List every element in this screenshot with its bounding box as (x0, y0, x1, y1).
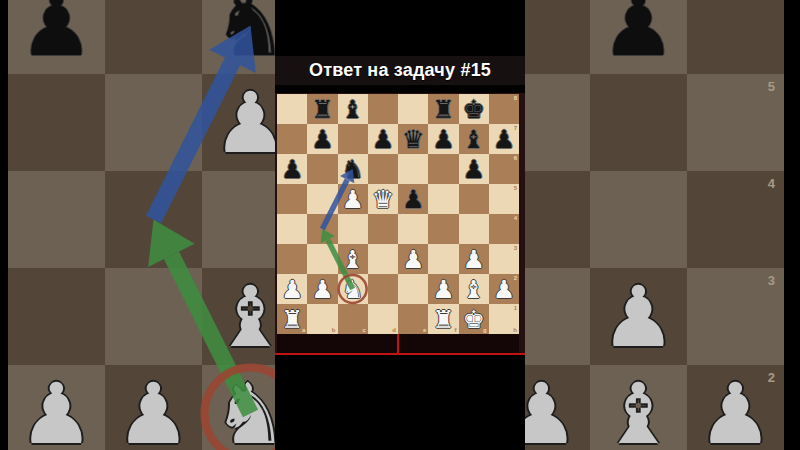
square-c6[interactable]: ♞ (338, 154, 368, 184)
piece-white-pawn-a2[interactable]: ♟ (281, 277, 303, 302)
under-board-bar (277, 334, 519, 353)
video-title-band: Ответ на задачу #15 (275, 56, 525, 85)
bg-square-a2: ♟ (8, 365, 105, 450)
piece-black-rook-f8[interactable]: ♜ (432, 97, 454, 122)
piece-white-rook-a1[interactable]: ♜ (281, 307, 303, 332)
piece-black-queen-e7[interactable]: ♛ (402, 127, 424, 152)
square-c2[interactable]: ♞ (338, 274, 368, 304)
file-label-f: f (455, 327, 457, 333)
square-e6[interactable] (398, 154, 428, 184)
file-label-d: d (392, 327, 396, 333)
square-e3[interactable]: ♟ (398, 244, 428, 274)
piece-black-pawn-h7[interactable]: ♟ (493, 127, 515, 152)
piece-white-bishop-g2[interactable]: ♝ (462, 277, 484, 302)
bg-piece-white-pawn-h2: ♟ (698, 372, 773, 450)
square-f1[interactable]: ♜f (428, 304, 458, 334)
piece-black-pawn-f7[interactable]: ♟ (432, 127, 454, 152)
bg-square-h3: 3 (687, 268, 784, 365)
square-f4[interactable] (428, 214, 458, 244)
square-h7[interactable]: ♟7 (489, 124, 519, 154)
piece-black-pawn-g6[interactable]: ♟ (462, 157, 484, 182)
bg-rank-label-4: 4 (768, 176, 775, 191)
square-a6[interactable]: ♟ (277, 154, 307, 184)
piece-black-rook-b8[interactable]: ♜ (311, 97, 333, 122)
square-e2[interactable] (398, 274, 428, 304)
square-b5[interactable] (307, 184, 337, 214)
square-d6[interactable] (368, 154, 398, 184)
piece-black-pawn-b7[interactable]: ♟ (311, 127, 333, 152)
file-label-b: b (332, 327, 336, 333)
rank-label-2: 2 (514, 275, 517, 281)
video-title: Ответ на задачу #15 (309, 60, 491, 81)
square-g5[interactable] (459, 184, 489, 214)
bg-rank-label-5: 5 (768, 79, 775, 94)
piece-black-knight-c6[interactable]: ♞ (341, 157, 363, 182)
bg-square-b4 (105, 171, 202, 268)
square-d7[interactable]: ♟ (368, 124, 398, 154)
bg-square-g4 (590, 171, 687, 268)
bg-piece-black-pawn-a6: ♟ (19, 0, 94, 68)
bg-square-b6 (105, 0, 202, 74)
bg-piece-white-pawn-g3: ♟ (601, 275, 676, 359)
piece-white-king-g1[interactable]: ♚ (462, 307, 484, 332)
piece-white-bishop-c3[interactable]: ♝ (341, 247, 363, 272)
video-column[interactable]: Ответ на задачу #15 ♜♝♜♚8♟♟♛♟♝♟7♟♞♟6♟♛♟5… (275, 0, 525, 450)
square-h4[interactable]: 4 (489, 214, 519, 244)
piece-white-knight-c2[interactable]: ♞ (341, 277, 363, 302)
square-a1[interactable]: ♜a (277, 304, 307, 334)
bg-square-b5 (105, 74, 202, 171)
square-d4[interactable] (368, 214, 398, 244)
bg-square-a6: ♟ (8, 0, 105, 74)
rank-label-1: 1 (514, 305, 517, 311)
square-b2[interactable]: ♟ (307, 274, 337, 304)
piece-white-pawn-c5[interactable]: ♟ (341, 187, 363, 212)
square-c1[interactable]: c (338, 304, 368, 334)
square-f8[interactable]: ♜ (428, 94, 458, 124)
square-d3[interactable] (368, 244, 398, 274)
square-c8[interactable]: ♝ (338, 94, 368, 124)
square-f3[interactable] (428, 244, 458, 274)
piece-white-pawn-e3[interactable]: ♟ (402, 247, 424, 272)
square-h1[interactable]: 1h (489, 304, 519, 334)
square-b8[interactable]: ♜ (307, 94, 337, 124)
square-e8[interactable] (398, 94, 428, 124)
square-a7[interactable] (277, 124, 307, 154)
square-d8[interactable] (368, 94, 398, 124)
bg-square-h2: ♟2 (687, 365, 784, 450)
square-a2[interactable]: ♟ (277, 274, 307, 304)
piece-white-rook-f1[interactable]: ♜ (432, 307, 454, 332)
file-label-a: a (302, 327, 305, 333)
bg-piece-white-pawn-b2: ♟ (116, 372, 191, 450)
square-h3[interactable]: 3 (489, 244, 519, 274)
piece-black-bishop-g7[interactable]: ♝ (462, 127, 484, 152)
file-label-g: g (483, 327, 487, 333)
rank-label-8: 8 (514, 95, 517, 101)
bg-square-a3 (8, 268, 105, 365)
square-g7[interactable]: ♝ (459, 124, 489, 154)
bg-square-h5: 5 (687, 74, 784, 171)
square-d5[interactable]: ♛ (368, 184, 398, 214)
bg-square-g6: ♟ (590, 0, 687, 74)
square-e4[interactable] (398, 214, 428, 244)
screenshot-root: ♜♝♜♚8♟♟♛♟♝♟7♟♞♟6♟♛♟54♝♟♟3♟♟♞♟♝♟2♜abcde♜f… (0, 0, 800, 450)
bg-square-g5 (590, 74, 687, 171)
square-f5[interactable] (428, 184, 458, 214)
square-e5[interactable]: ♟ (398, 184, 428, 214)
square-g2[interactable]: ♝ (459, 274, 489, 304)
rank-label-3: 3 (514, 245, 517, 251)
bg-piece-white-pawn-a2: ♟ (19, 372, 94, 450)
square-g3[interactable]: ♟ (459, 244, 489, 274)
piece-white-pawn-h2[interactable]: ♟ (493, 277, 515, 302)
square-g6[interactable]: ♟ (459, 154, 489, 184)
square-f6[interactable] (428, 154, 458, 184)
rank-label-4: 4 (514, 215, 517, 221)
bg-square-g3: ♟ (590, 268, 687, 365)
square-c7[interactable] (338, 124, 368, 154)
file-label-c: c (362, 327, 365, 333)
square-a4[interactable] (277, 214, 307, 244)
bg-square-b3 (105, 268, 202, 365)
bg-square-b2: ♟ (105, 365, 202, 450)
bg-piece-white-bishop-g2: ♝ (601, 372, 676, 450)
square-a8[interactable] (277, 94, 307, 124)
square-b4[interactable] (307, 214, 337, 244)
bg-rank-label-2: 2 (768, 370, 775, 385)
piece-black-king-g8[interactable]: ♚ (462, 97, 484, 122)
rank-label-5: 5 (514, 185, 517, 191)
square-c4[interactable] (338, 214, 368, 244)
bg-square-a5 (8, 74, 105, 171)
square-h5[interactable]: 5 (489, 184, 519, 214)
square-g1[interactable]: ♚g (459, 304, 489, 334)
bg-square-h4: 4 (687, 171, 784, 268)
file-label-e: e (423, 327, 426, 333)
square-e7[interactable]: ♛ (398, 124, 428, 154)
bg-square-a4 (8, 171, 105, 268)
bg-square-h6: 6 (687, 0, 784, 74)
square-b6[interactable] (307, 154, 337, 184)
square-h2[interactable]: ♟2 (489, 274, 519, 304)
square-c3[interactable]: ♝ (338, 244, 368, 274)
square-h8[interactable]: 8 (489, 94, 519, 124)
bg-piece-black-pawn-g6: ♟ (601, 0, 676, 68)
square-a5[interactable] (277, 184, 307, 214)
red-divider-line (397, 334, 399, 353)
file-label-h: h (513, 327, 517, 333)
piece-black-pawn-d7[interactable]: ♟ (372, 127, 394, 152)
piece-black-bishop-c8[interactable]: ♝ (341, 97, 363, 122)
square-d2[interactable] (368, 274, 398, 304)
bg-rank-label-3: 3 (768, 273, 775, 288)
piece-white-queen-d5[interactable]: ♛ (372, 187, 394, 212)
chess-board[interactable]: ♜♝♜♚8♟♟♛♟♝♟7♟♞♟6♟♛♟54♝♟♟3♟♟♞♟♝♟2♜abcde♜f… (277, 94, 519, 334)
square-b7[interactable]: ♟ (307, 124, 337, 154)
square-d1[interactable]: d (368, 304, 398, 334)
rank-label-6: 6 (514, 155, 517, 161)
square-b3[interactable] (307, 244, 337, 274)
square-g4[interactable] (459, 214, 489, 244)
piece-white-pawn-g3[interactable]: ♟ (462, 247, 484, 272)
square-f2[interactable]: ♟ (428, 274, 458, 304)
square-f7[interactable]: ♟ (428, 124, 458, 154)
board-frame: ♜♝♜♚8♟♟♛♟♝♟7♟♞♟6♟♛♟54♝♟♟3♟♟♞♟♝♟2♜abcde♜f… (275, 93, 525, 355)
square-g8[interactable]: ♚ (459, 94, 489, 124)
square-c5[interactable]: ♟ (338, 184, 368, 214)
square-a3[interactable] (277, 244, 307, 274)
square-b1[interactable]: b (307, 304, 337, 334)
square-e1[interactable]: e (398, 304, 428, 334)
piece-black-pawn-e5[interactable]: ♟ (402, 187, 424, 212)
square-h6[interactable]: 6 (489, 154, 519, 184)
bg-square-g2: ♝ (590, 365, 687, 450)
piece-white-pawn-b2[interactable]: ♟ (311, 277, 333, 302)
piece-black-pawn-a6[interactable]: ♟ (281, 157, 303, 182)
rank-label-7: 7 (514, 125, 517, 131)
piece-white-pawn-f2[interactable]: ♟ (432, 277, 454, 302)
